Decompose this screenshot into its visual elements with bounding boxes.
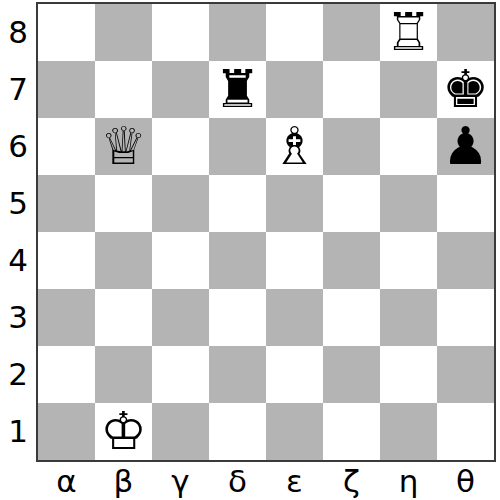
square-b8[interactable]: [95, 4, 152, 61]
square-c2[interactable]: [152, 346, 209, 403]
square-c6[interactable]: [152, 118, 209, 175]
square-c1[interactable]: [152, 403, 209, 460]
square-h6[interactable]: ♟: [437, 118, 494, 175]
file-labels: αβγδεζηθ: [38, 462, 494, 500]
black-rook: ♜: [214, 61, 261, 118]
file-label-a: α: [38, 462, 95, 500]
file-label-c: γ: [152, 462, 209, 500]
square-d3[interactable]: [209, 289, 266, 346]
square-d5[interactable]: [209, 175, 266, 232]
square-f7[interactable]: [323, 61, 380, 118]
file-label-f: ζ: [323, 462, 380, 500]
square-g5[interactable]: [380, 175, 437, 232]
rank-label-5: 5: [0, 175, 36, 232]
square-f6[interactable]: [323, 118, 380, 175]
file-label-e: ε: [266, 462, 323, 500]
white-bishop: ♗: [271, 118, 318, 175]
square-f4[interactable]: [323, 232, 380, 289]
square-b6[interactable]: ♕: [95, 118, 152, 175]
square-e1[interactable]: [266, 403, 323, 460]
square-e7[interactable]: [266, 61, 323, 118]
black-king: ♚: [442, 61, 489, 118]
square-e8[interactable]: [266, 4, 323, 61]
square-a1[interactable]: [38, 403, 95, 460]
square-b2[interactable]: [95, 346, 152, 403]
square-a8[interactable]: [38, 4, 95, 61]
square-d2[interactable]: [209, 346, 266, 403]
square-b7[interactable]: [95, 61, 152, 118]
square-h3[interactable]: [437, 289, 494, 346]
square-b1[interactable]: ♔: [95, 403, 152, 460]
square-e6[interactable]: ♗: [266, 118, 323, 175]
square-g7[interactable]: [380, 61, 437, 118]
square-d6[interactable]: [209, 118, 266, 175]
square-g6[interactable]: [380, 118, 437, 175]
square-b4[interactable]: [95, 232, 152, 289]
square-e3[interactable]: [266, 289, 323, 346]
square-c8[interactable]: [152, 4, 209, 61]
rank-label-4: 4: [0, 232, 36, 289]
square-c3[interactable]: [152, 289, 209, 346]
square-g4[interactable]: [380, 232, 437, 289]
square-d7[interactable]: ♜: [209, 61, 266, 118]
square-a2[interactable]: [38, 346, 95, 403]
square-b5[interactable]: [95, 175, 152, 232]
rank-label-1: 1: [0, 403, 36, 460]
square-e2[interactable]: [266, 346, 323, 403]
square-f3[interactable]: [323, 289, 380, 346]
square-h4[interactable]: [437, 232, 494, 289]
square-e4[interactable]: [266, 232, 323, 289]
file-label-d: δ: [209, 462, 266, 500]
square-g1[interactable]: [380, 403, 437, 460]
rank-labels: 87654321: [0, 4, 36, 460]
rank-label-8: 8: [0, 4, 36, 61]
rank-label-2: 2: [0, 346, 36, 403]
square-a3[interactable]: [38, 289, 95, 346]
white-king: ♔: [100, 403, 147, 460]
square-d8[interactable]: [209, 4, 266, 61]
square-c5[interactable]: [152, 175, 209, 232]
square-c7[interactable]: [152, 61, 209, 118]
chess-diagram: 87654321 ♖♜♚♕♗♟♔ αβγδεζηθ: [0, 0, 500, 500]
square-g3[interactable]: [380, 289, 437, 346]
square-a6[interactable]: [38, 118, 95, 175]
square-d4[interactable]: [209, 232, 266, 289]
square-h7[interactable]: ♚: [437, 61, 494, 118]
file-label-h: θ: [437, 462, 494, 500]
square-g8[interactable]: ♖: [380, 4, 437, 61]
square-h5[interactable]: [437, 175, 494, 232]
rank-label-6: 6: [0, 118, 36, 175]
square-f8[interactable]: [323, 4, 380, 61]
square-g2[interactable]: [380, 346, 437, 403]
chess-board: ♖♜♚♕♗♟♔: [36, 2, 496, 462]
file-label-g: η: [380, 462, 437, 500]
square-c4[interactable]: [152, 232, 209, 289]
file-label-b: β: [95, 462, 152, 500]
rank-label-7: 7: [0, 61, 36, 118]
black-pawn: ♟: [442, 118, 489, 175]
square-a7[interactable]: [38, 61, 95, 118]
white-rook: ♖: [385, 4, 432, 61]
square-a4[interactable]: [38, 232, 95, 289]
square-f1[interactable]: [323, 403, 380, 460]
white-queen: ♕: [100, 118, 147, 175]
square-d1[interactable]: [209, 403, 266, 460]
square-f2[interactable]: [323, 346, 380, 403]
square-h2[interactable]: [437, 346, 494, 403]
square-h1[interactable]: [437, 403, 494, 460]
square-b3[interactable]: [95, 289, 152, 346]
square-e5[interactable]: [266, 175, 323, 232]
square-f5[interactable]: [323, 175, 380, 232]
square-a5[interactable]: [38, 175, 95, 232]
square-h8[interactable]: [437, 4, 494, 61]
rank-label-3: 3: [0, 289, 36, 346]
